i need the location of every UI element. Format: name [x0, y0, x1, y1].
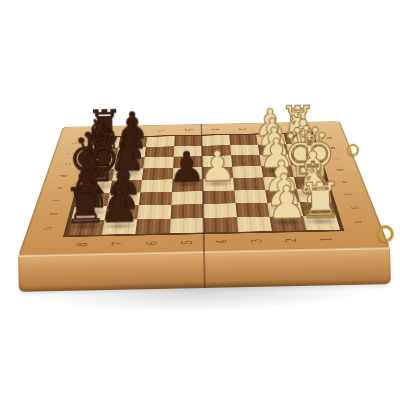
scene-tilt: 87654321 87654321 abcdefgh abcdefgh ♜♟♟♜… [0, 0, 400, 400]
piece-white-rook-h1[interactable]: ♜ [298, 176, 343, 226]
piece-white-pawn-e4[interactable]: ♟ [199, 145, 237, 187]
pieces-layer: ♜♟♟♜♞♟♟♞♝♟♟♝♛♟♟♛♚♟♟♚♝♟♟♝♞♟♟♞♜♟♟♜ [0, 0, 400, 400]
piece-black-pawn-h7[interactable]: ♟ [98, 184, 140, 230]
photo-canvas: 87654321 87654321 abcdefgh abcdefgh ♜♟♟♜… [0, 0, 400, 400]
